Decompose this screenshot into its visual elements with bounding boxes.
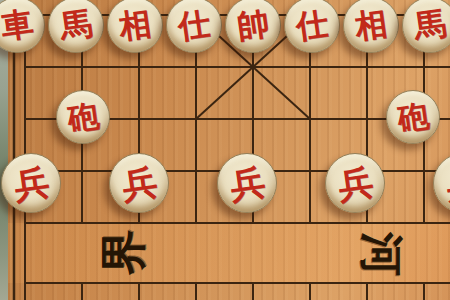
xiangqi-piece-soldier[interactable]: 兵 (325, 153, 385, 213)
xiangqi-piece-soldier[interactable]: 兵 (217, 153, 277, 213)
river-char-jie: 界 (100, 229, 146, 275)
piece-character: 砲 (65, 99, 100, 134)
xiangqi-piece-cannon[interactable]: 砲 (386, 90, 440, 144)
xiangqi-piece-soldier[interactable]: 兵 (1, 153, 61, 213)
piece-character: 帥 (235, 7, 271, 43)
piece-character: 車 (0, 7, 35, 43)
river-char-he: 河 (360, 232, 404, 276)
xiangqi-piece-soldier[interactable]: 兵 (109, 153, 169, 213)
piece-character: 兵 (119, 163, 159, 203)
piece-character: 兵 (227, 163, 267, 203)
xiangqi-piece-cannon[interactable]: 砲 (56, 90, 110, 144)
piece-character: 砲 (395, 99, 430, 134)
piece-character: 相 (117, 7, 153, 43)
piece-character: 兵 (11, 163, 51, 203)
piece-character: 仕 (294, 7, 330, 43)
piece-character: 馬 (58, 7, 94, 43)
piece-character: 仕 (176, 7, 212, 43)
piece-character: 馬 (412, 7, 448, 43)
piece-character: 兵 (443, 163, 450, 203)
xiangqi-photo-scene: 界 河 車馬相仕帥仕相馬砲砲兵兵兵兵兵 (0, 0, 450, 300)
piece-character: 相 (353, 7, 389, 43)
piece-character: 兵 (335, 163, 375, 203)
